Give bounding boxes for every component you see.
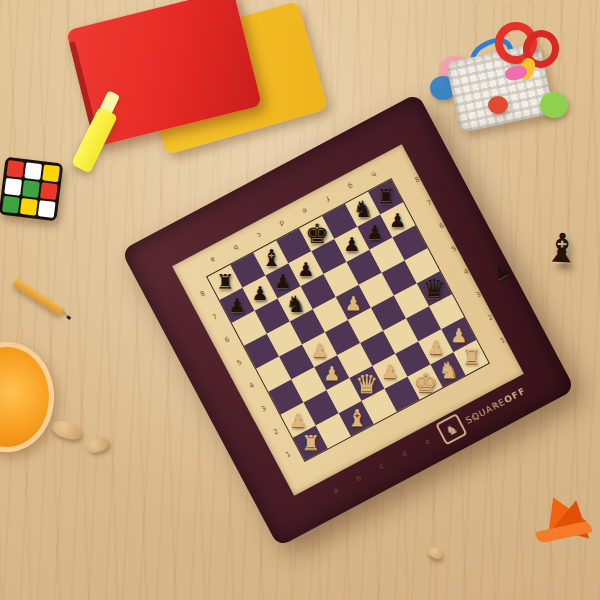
coord-label-8: 8	[411, 173, 425, 187]
rubiks-sticker	[4, 178, 22, 196]
logo-text-off: OFF	[502, 386, 527, 406]
coord-label-1: 1	[282, 448, 296, 462]
rubiks-sticker	[20, 198, 38, 216]
rubiks-sticker	[40, 182, 58, 200]
board-coordinate-border: aabbccddeeffgghh8877665544332211 ♟ ♜♝♚♞♜…	[172, 144, 524, 496]
tabletop-photo: ♝ aabbccddeeffgghh8877665544332211 ♟ ♜♝♚…	[0, 0, 600, 600]
coord-label-d: d	[275, 216, 289, 230]
coord-label-8: 8	[196, 287, 210, 301]
captured-black-bishop: ♝	[539, 221, 586, 275]
rubiks-sticker	[24, 162, 42, 180]
coord-label-5: 5	[233, 356, 247, 370]
rubiks-sticker	[42, 164, 60, 182]
coord-label-g: g	[344, 179, 358, 193]
coord-label-d: d	[398, 447, 412, 461]
chess-board-frame: aabbccddeeffgghh8877665544332211 ♟ ♜♝♚♞♜…	[121, 93, 575, 547]
rubiks-sticker	[6, 160, 24, 178]
coord-label-5: 5	[447, 242, 461, 256]
rubiks-sticker	[38, 200, 56, 218]
coord-label-6: 6	[221, 333, 235, 347]
coord-label-3: 3	[472, 288, 486, 302]
coord-label-f: f	[321, 192, 335, 206]
coord-label-1: 1	[496, 334, 510, 348]
coord-label-e: e	[421, 435, 435, 449]
coord-label-c: c	[252, 228, 266, 242]
coord-label-3: 3	[257, 402, 271, 416]
coord-label-b: b	[352, 472, 366, 486]
origami-crane	[529, 488, 600, 550]
rubiks-sticker	[2, 196, 20, 214]
coord-label-c: c	[375, 460, 389, 474]
pencil	[12, 278, 63, 315]
coord-label-b: b	[229, 240, 243, 254]
coord-label-a: a	[206, 253, 220, 267]
coord-label-h: h	[367, 167, 381, 181]
rubiks-sticker	[22, 180, 40, 198]
captured-white-piece	[85, 436, 109, 454]
captured-white-piece	[50, 418, 83, 442]
coord-label-a: a	[329, 484, 343, 498]
captured-black-pawn-on-border: ♟	[485, 257, 515, 287]
coord-label-2: 2	[269, 425, 283, 439]
orange-juice-glass	[0, 342, 54, 452]
coord-label-2: 2	[484, 311, 498, 325]
coord-label-7: 7	[423, 196, 437, 210]
coord-label-4: 4	[459, 265, 473, 279]
coord-label-7: 7	[208, 310, 222, 324]
coord-label-e: e	[298, 204, 312, 218]
red-tape-roll	[488, 96, 508, 114]
rubiks-cube	[0, 157, 63, 222]
captured-white-piece	[427, 545, 445, 560]
green-tape-roll	[540, 92, 568, 118]
coord-label-6: 6	[435, 219, 449, 233]
coord-label-4: 4	[245, 379, 259, 393]
